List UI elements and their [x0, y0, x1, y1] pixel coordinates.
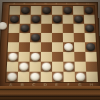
- file-label-b-top: B: [19, 2, 30, 5]
- square-h5[interactable]: [85, 33, 96, 42]
- square-d2[interactable]: [41, 62, 52, 72]
- square-b1[interactable]: [18, 72, 30, 82]
- square-b4[interactable]: [19, 42, 30, 52]
- square-d4[interactable]: [41, 42, 52, 52]
- square-e7[interactable]: [52, 15, 63, 24]
- square-h8[interactable]: [83, 6, 94, 15]
- dark-piece[interactable]: [74, 15, 84, 23]
- file-label-d-top: D: [40, 2, 51, 5]
- square-h6[interactable]: [84, 24, 95, 33]
- square-a1[interactable]: [6, 72, 18, 82]
- square-h4[interactable]: [85, 42, 96, 52]
- file-label-g-top: G: [72, 2, 83, 5]
- dark-piece[interactable]: [84, 6, 94, 14]
- square-e8[interactable]: [52, 6, 63, 15]
- square-g8[interactable]: [73, 6, 84, 15]
- file-label-e-top: E: [51, 2, 62, 5]
- dark-piece[interactable]: [53, 15, 62, 23]
- square-g1[interactable]: [75, 72, 87, 82]
- square-c5[interactable]: [30, 33, 41, 42]
- square-g7[interactable]: [73, 15, 84, 24]
- white-piece[interactable]: [19, 62, 29, 71]
- file-label-c-top: C: [30, 2, 41, 5]
- white-piece[interactable]: [53, 72, 63, 81]
- white-piece[interactable]: [30, 52, 40, 61]
- square-h7[interactable]: [84, 15, 95, 24]
- square-c2[interactable]: [29, 62, 40, 72]
- white-piece[interactable]: [64, 62, 74, 71]
- square-c6[interactable]: [30, 24, 41, 33]
- dark-piece[interactable]: [42, 6, 51, 14]
- square-h3[interactable]: [85, 52, 97, 62]
- square-e6[interactable]: [52, 24, 63, 33]
- dark-piece[interactable]: [31, 33, 41, 41]
- dark-piece[interactable]: [86, 43, 96, 51]
- square-d6[interactable]: [41, 24, 52, 33]
- dark-piece[interactable]: [10, 15, 20, 23]
- square-e3[interactable]: [52, 52, 63, 62]
- white-piece[interactable]: [75, 72, 85, 81]
- file-label-h-top: H: [82, 2, 93, 5]
- square-g5[interactable]: [74, 33, 85, 42]
- square-a2[interactable]: [7, 62, 19, 72]
- white-piece[interactable]: [64, 43, 74, 51]
- square-d8[interactable]: [41, 6, 52, 15]
- square-f6[interactable]: [63, 24, 74, 33]
- square-f7[interactable]: [63, 15, 74, 24]
- white-piece[interactable]: [7, 72, 17, 81]
- square-d3[interactable]: [41, 52, 52, 62]
- square-a7[interactable]: [9, 15, 20, 24]
- square-d5[interactable]: [41, 33, 52, 42]
- square-f1[interactable]: [63, 72, 75, 82]
- square-e1[interactable]: [52, 72, 64, 82]
- square-d1[interactable]: [41, 72, 52, 82]
- file-labels-top: ABCDEFGH: [9, 2, 93, 5]
- white-piece[interactable]: [41, 62, 51, 71]
- square-b5[interactable]: [19, 33, 30, 42]
- square-g2[interactable]: [74, 62, 86, 72]
- checkers-board-photo: ABCDEFGH ABCDEFGH: [0, 0, 100, 100]
- square-a4[interactable]: [8, 42, 19, 52]
- square-g4[interactable]: [74, 42, 85, 52]
- dark-piece[interactable]: [20, 24, 30, 32]
- square-e2[interactable]: [52, 62, 63, 72]
- square-f4[interactable]: [63, 42, 74, 52]
- square-h2[interactable]: [86, 62, 98, 72]
- dark-piece[interactable]: [31, 15, 40, 23]
- square-f2[interactable]: [63, 62, 75, 72]
- square-b7[interactable]: [20, 15, 31, 24]
- white-piece[interactable]: [8, 52, 18, 61]
- square-e5[interactable]: [52, 33, 63, 42]
- file-label-a-top: A: [9, 2, 20, 5]
- square-c7[interactable]: [30, 15, 41, 24]
- square-c1[interactable]: [29, 72, 41, 82]
- dark-piece[interactable]: [63, 6, 72, 14]
- captured-white-piece: [0, 22, 7, 29]
- square-a8[interactable]: [9, 6, 20, 15]
- checkers-board[interactable]: [5, 5, 99, 83]
- square-c3[interactable]: [30, 52, 41, 62]
- file-label-f-top: F: [61, 2, 72, 5]
- square-b3[interactable]: [18, 52, 29, 62]
- square-h1[interactable]: [86, 72, 98, 82]
- dark-piece[interactable]: [85, 24, 95, 32]
- square-d7[interactable]: [41, 15, 52, 24]
- square-f8[interactable]: [62, 6, 73, 15]
- frame-front-face: [0, 86, 100, 100]
- square-b6[interactable]: [19, 24, 30, 33]
- square-f3[interactable]: [63, 52, 74, 62]
- board-frame: ABCDEFGH ABCDEFGH: [0, 2, 100, 91]
- dark-piece[interactable]: [21, 6, 30, 14]
- square-a3[interactable]: [7, 52, 19, 62]
- white-piece[interactable]: [30, 72, 40, 81]
- square-c4[interactable]: [30, 42, 41, 52]
- square-b2[interactable]: [18, 62, 30, 72]
- square-c8[interactable]: [31, 6, 42, 15]
- square-a6[interactable]: [9, 24, 20, 33]
- square-b8[interactable]: [20, 6, 31, 15]
- square-g6[interactable]: [73, 24, 84, 33]
- square-e4[interactable]: [52, 42, 63, 52]
- square-a5[interactable]: [8, 33, 19, 42]
- square-g3[interactable]: [74, 52, 85, 62]
- square-f5[interactable]: [63, 33, 74, 42]
